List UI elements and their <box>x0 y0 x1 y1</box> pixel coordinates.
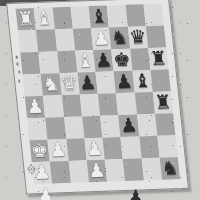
black-bishop-piece: ♝ <box>89 5 108 26</box>
white-king-piece: ♚ <box>30 140 49 161</box>
square-b4[interactable] <box>43 95 64 118</box>
square-c1[interactable] <box>68 160 89 183</box>
square-e8[interactable]: ♝ <box>89 5 110 28</box>
square-h7[interactable] <box>146 25 167 48</box>
square-h8[interactable] <box>144 4 165 27</box>
black-pawn-piece: ♟ <box>115 71 134 92</box>
white-pawn-piece: ♟ <box>25 96 44 117</box>
black-knight-piece: ♞ <box>160 157 179 178</box>
square-f1[interactable] <box>123 158 144 181</box>
square-e3[interactable] <box>100 115 121 138</box>
border-markings <box>16 56 18 59</box>
chessboard-photo: ♜♝♝♟♞♛♝♟♚♜♞♛♟♟♝♟♜♟♚♟♟♟♟♞ ♟♟ <box>0 0 200 200</box>
black-pawn-piece: ♟ <box>119 115 138 136</box>
white-rook-piece: ♜ <box>16 8 35 29</box>
black-queen-piece: ♛ <box>128 26 147 47</box>
white-queen-piece: ♛ <box>60 73 79 94</box>
square-c5[interactable]: ♛ <box>59 73 80 96</box>
square-g7[interactable]: ♛ <box>128 26 149 49</box>
black-pawn-piece: ♟ <box>78 72 97 93</box>
square-f2[interactable] <box>121 136 142 159</box>
square-b2[interactable]: ♟ <box>48 139 69 162</box>
square-g2[interactable] <box>139 136 160 159</box>
white-pawn-piece: ♟ <box>85 138 104 159</box>
square-b6[interactable] <box>39 51 60 74</box>
square-c7[interactable] <box>54 29 75 52</box>
square-a3[interactable] <box>27 118 48 141</box>
black-pawn-piece: ♟ <box>94 49 113 70</box>
square-f6[interactable]: ♚ <box>112 49 133 72</box>
chess-board: ♜♝♝♟♞♛♝♟♚♜♞♛♟♟♝♟♜♟♚♟♟♟♟♞ <box>16 4 181 185</box>
square-a8[interactable]: ♜ <box>16 8 37 31</box>
white-bishop-piece: ♝ <box>35 7 54 28</box>
board-emblem-icon <box>26 163 37 175</box>
square-d7[interactable] <box>73 28 94 51</box>
square-a5[interactable] <box>23 74 44 97</box>
square-e7[interactable]: ♟ <box>91 27 112 50</box>
black-king-piece: ♚ <box>112 49 131 70</box>
offboard-white-piece: ♟ <box>38 186 53 200</box>
square-c6[interactable] <box>57 51 78 74</box>
square-c4[interactable] <box>61 94 82 117</box>
offboard-black-piece: ♟ <box>128 188 143 200</box>
square-c3[interactable] <box>64 116 85 139</box>
square-g4[interactable] <box>135 92 156 115</box>
square-c8[interactable] <box>52 7 73 30</box>
square-h4[interactable]: ♜ <box>153 91 174 114</box>
square-b3[interactable] <box>45 117 66 140</box>
white-pawn-piece: ♟ <box>48 139 67 160</box>
square-e6[interactable]: ♟ <box>93 49 114 72</box>
square-d3[interactable] <box>82 116 103 139</box>
square-f5[interactable]: ♟ <box>114 71 135 94</box>
square-a6[interactable] <box>20 52 41 75</box>
square-b8[interactable]: ♝ <box>34 7 55 30</box>
square-h3[interactable] <box>155 113 176 136</box>
square-e5[interactable] <box>96 71 117 94</box>
square-a2[interactable]: ♚ <box>29 140 50 163</box>
square-g1[interactable] <box>141 158 162 181</box>
square-d4[interactable] <box>80 94 101 117</box>
chess-board-frame: ♜♝♝♟♞♛♝♟♚♜♞♛♟♟♝♟♜♟♚♟♟♟♟♞ <box>6 0 189 194</box>
square-f8[interactable] <box>107 5 128 28</box>
square-b7[interactable] <box>36 29 57 52</box>
square-d5[interactable]: ♟ <box>77 72 98 95</box>
square-h5[interactable] <box>151 69 172 92</box>
square-c2[interactable] <box>66 138 87 161</box>
square-b1[interactable] <box>50 161 71 184</box>
black-bishop-piece: ♝ <box>133 70 152 91</box>
square-e1[interactable] <box>105 159 126 182</box>
square-e2[interactable] <box>103 137 124 160</box>
square-d2[interactable]: ♟ <box>84 138 105 161</box>
square-h1[interactable]: ♞ <box>160 157 181 180</box>
square-f3[interactable]: ♟ <box>119 115 140 138</box>
white-knight-piece: ♞ <box>41 73 60 94</box>
square-d1[interactable]: ♟ <box>87 160 108 183</box>
white-pawn-piece: ♟ <box>87 160 106 181</box>
square-b5[interactable]: ♞ <box>41 73 62 96</box>
square-d8[interactable] <box>70 6 91 29</box>
white-bishop-piece: ♝ <box>76 50 95 71</box>
square-d6[interactable]: ♝ <box>75 50 96 73</box>
square-h6[interactable]: ♜ <box>148 47 169 70</box>
black-rook-piece: ♜ <box>149 47 168 68</box>
square-g3[interactable] <box>137 114 158 137</box>
square-a7[interactable] <box>18 30 39 53</box>
square-h2[interactable] <box>157 135 178 158</box>
square-a4[interactable]: ♟ <box>25 96 46 119</box>
square-g5[interactable]: ♝ <box>132 70 153 93</box>
square-g8[interactable] <box>125 4 146 27</box>
black-knight-piece: ♞ <box>110 27 129 48</box>
white-pawn-piece: ♟ <box>92 27 111 48</box>
square-f7[interactable]: ♞ <box>109 27 130 50</box>
square-g6[interactable] <box>130 48 151 71</box>
square-e4[interactable] <box>98 93 119 116</box>
black-rook-piece: ♜ <box>153 91 172 112</box>
square-f4[interactable] <box>116 93 137 116</box>
